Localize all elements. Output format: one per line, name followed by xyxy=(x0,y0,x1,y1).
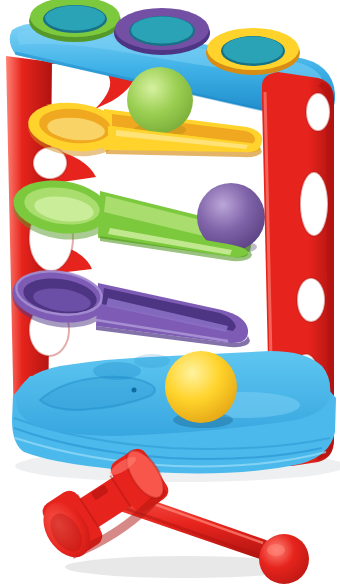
knob-highlight xyxy=(267,544,285,556)
ring-hole xyxy=(131,17,193,44)
base xyxy=(12,351,336,473)
hammer-knob xyxy=(259,534,309,584)
ring-hole xyxy=(45,6,105,31)
ball-yellow xyxy=(165,351,237,423)
product-photo xyxy=(0,0,340,585)
post-cutout xyxy=(300,172,328,236)
post-cutout xyxy=(297,278,325,322)
deck-ring-yellow xyxy=(206,28,300,75)
base-peg-hole xyxy=(132,388,137,393)
ring-hole xyxy=(223,37,283,64)
base-depression xyxy=(134,354,170,368)
toy-tower-illustration xyxy=(0,0,340,585)
deck-ring-purple xyxy=(114,8,210,55)
post-cutout xyxy=(306,93,330,131)
base-depression xyxy=(93,362,141,380)
deck-ring-green xyxy=(29,0,121,42)
ball-green xyxy=(127,67,193,133)
